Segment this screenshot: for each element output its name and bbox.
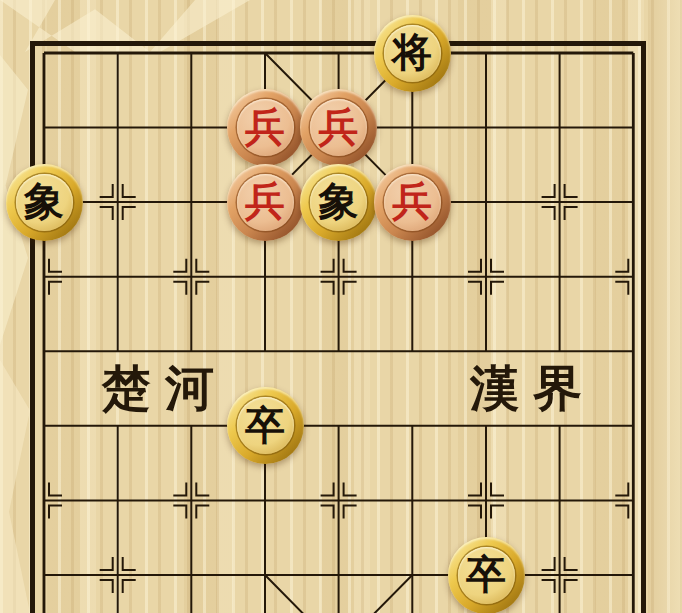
piece-face: 兵 — [310, 99, 367, 156]
piece-face: 兵 — [237, 174, 294, 231]
piece-character: 兵 — [392, 181, 432, 221]
piece-soldier-red[interactable]: 兵 — [374, 164, 451, 241]
piece-face: 象 — [16, 174, 73, 231]
piece-character: 卒 — [245, 405, 285, 445]
piece-face: 将 — [384, 25, 441, 82]
piece-face: 象 — [310, 174, 367, 231]
piece-character: 兵 — [245, 107, 285, 147]
piece-face: 卒 — [458, 547, 515, 604]
piece-soldier-red[interactable]: 兵 — [300, 89, 377, 166]
piece-character: 兵 — [245, 181, 285, 221]
pieces-layer: 将兵兵象兵象兵卒卒 — [0, 0, 682, 613]
piece-soldier-black[interactable]: 卒 — [448, 537, 525, 613]
piece-soldier-black[interactable]: 卒 — [227, 387, 304, 464]
piece-general-black[interactable]: 将 — [374, 15, 451, 92]
piece-character: 象 — [24, 181, 64, 221]
xiangqi-board: 楚河 漢界 将兵兵象兵象兵卒卒 — [0, 0, 682, 613]
piece-soldier-red[interactable]: 兵 — [227, 164, 304, 241]
piece-elephant-black[interactable]: 象 — [6, 164, 83, 241]
piece-character: 兵 — [319, 107, 359, 147]
piece-character: 卒 — [466, 554, 506, 594]
piece-character: 将 — [392, 32, 432, 72]
piece-elephant-black[interactable]: 象 — [300, 164, 377, 241]
piece-character: 象 — [319, 181, 359, 221]
piece-face: 兵 — [384, 174, 441, 231]
piece-face: 兵 — [237, 99, 294, 156]
piece-face: 卒 — [237, 397, 294, 454]
piece-soldier-red[interactable]: 兵 — [227, 89, 304, 166]
